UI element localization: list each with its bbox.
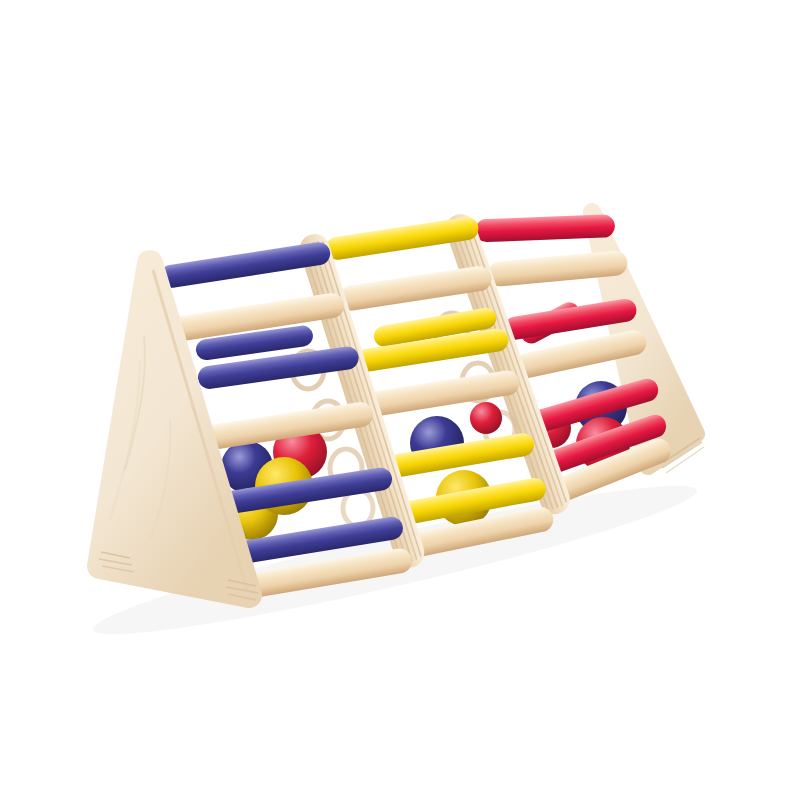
rung-natural <box>337 264 493 312</box>
photo-canvas <box>0 0 800 800</box>
rung-blue <box>158 241 331 290</box>
ball-red <box>470 402 502 434</box>
toy <box>87 210 704 655</box>
wooden-toy-photo <box>0 0 800 800</box>
